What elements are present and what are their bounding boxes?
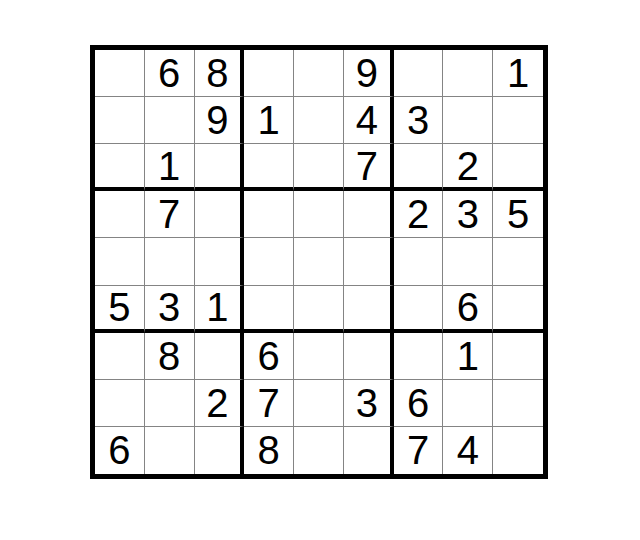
cell-r9c2-empty[interactable] (145, 427, 195, 474)
cell-r1c2-given: 6 (145, 50, 195, 97)
cell-r1c9-given: 1 (493, 50, 543, 97)
cell-r8c6-given: 3 (344, 380, 394, 427)
cell-r2c1-empty[interactable] (95, 97, 145, 144)
cell-r9c9-empty[interactable] (493, 427, 543, 474)
cell-r7c2-given: 8 (145, 333, 195, 380)
cell-r7c3-empty[interactable] (195, 333, 245, 380)
cell-r2c8-empty[interactable] (443, 97, 493, 144)
cell-r2c4-given: 1 (244, 97, 294, 144)
cell-r2c6-given: 4 (344, 97, 394, 144)
cell-r3c5-empty[interactable] (294, 144, 344, 191)
cell-r2c2-empty[interactable] (145, 97, 195, 144)
cell-r1c5-empty[interactable] (294, 50, 344, 97)
cell-r3c1-empty[interactable] (95, 144, 145, 191)
cell-r8c5-empty[interactable] (294, 380, 344, 427)
cell-r8c2-empty[interactable] (145, 380, 195, 427)
cell-r5c1-empty[interactable] (95, 238, 145, 285)
cell-r1c8-empty[interactable] (443, 50, 493, 97)
cell-r8c3-given: 2 (195, 380, 245, 427)
cell-r5c6-empty[interactable] (344, 238, 394, 285)
cell-r6c2-given: 3 (145, 286, 195, 333)
cell-r5c2-empty[interactable] (145, 238, 195, 285)
cell-r3c7-empty[interactable] (394, 144, 444, 191)
cell-r3c8-given: 2 (443, 144, 493, 191)
cell-r4c4-empty[interactable] (244, 191, 294, 238)
cell-r3c3-empty[interactable] (195, 144, 245, 191)
cell-r4c1-empty[interactable] (95, 191, 145, 238)
sudoku-board: 689191431727235531686127366874 (90, 45, 548, 479)
cell-r4c3-empty[interactable] (195, 191, 245, 238)
cell-r7c4-given: 6 (244, 333, 294, 380)
cell-r9c4-given: 8 (244, 427, 294, 474)
cell-r8c8-empty[interactable] (443, 380, 493, 427)
cell-r9c8-given: 4 (443, 427, 493, 474)
cell-r7c1-empty[interactable] (95, 333, 145, 380)
cell-r8c4-given: 7 (244, 380, 294, 427)
cell-r1c6-given: 9 (344, 50, 394, 97)
cell-r9c3-empty[interactable] (195, 427, 245, 474)
cell-r3c9-empty[interactable] (493, 144, 543, 191)
cell-r3c2-given: 1 (145, 144, 195, 191)
cell-r7c7-empty[interactable] (394, 333, 444, 380)
cell-r4c9-given: 5 (493, 191, 543, 238)
cell-r6c5-empty[interactable] (294, 286, 344, 333)
cell-r7c6-empty[interactable] (344, 333, 394, 380)
cell-r3c4-empty[interactable] (244, 144, 294, 191)
cell-r5c4-empty[interactable] (244, 238, 294, 285)
cell-r7c9-empty[interactable] (493, 333, 543, 380)
cell-r6c9-empty[interactable] (493, 286, 543, 333)
cell-r1c4-empty[interactable] (244, 50, 294, 97)
cell-r4c7-given: 2 (394, 191, 444, 238)
cell-r7c8-given: 1 (443, 333, 493, 380)
cell-r5c8-empty[interactable] (443, 238, 493, 285)
cell-r1c1-empty[interactable] (95, 50, 145, 97)
cell-r4c6-empty[interactable] (344, 191, 394, 238)
cell-r2c7-given: 3 (394, 97, 444, 144)
cell-r9c7-given: 7 (394, 427, 444, 474)
cell-r5c5-empty[interactable] (294, 238, 344, 285)
cell-r6c8-given: 6 (443, 286, 493, 333)
cell-r6c1-given: 5 (95, 286, 145, 333)
cell-r3c6-given: 7 (344, 144, 394, 191)
cell-r1c3-given: 8 (195, 50, 245, 97)
cell-r8c1-empty[interactable] (95, 380, 145, 427)
cell-r2c9-empty[interactable] (493, 97, 543, 144)
cell-r6c3-given: 1 (195, 286, 245, 333)
cell-r4c2-given: 7 (145, 191, 195, 238)
cell-r2c5-empty[interactable] (294, 97, 344, 144)
cell-r9c5-empty[interactable] (294, 427, 344, 474)
cell-r1c7-empty[interactable] (394, 50, 444, 97)
cell-r5c3-empty[interactable] (195, 238, 245, 285)
cell-r9c1-given: 6 (95, 427, 145, 474)
cell-r6c4-empty[interactable] (244, 286, 294, 333)
cell-r5c7-empty[interactable] (394, 238, 444, 285)
cell-r6c7-empty[interactable] (394, 286, 444, 333)
cell-r5c9-empty[interactable] (493, 238, 543, 285)
cell-r8c9-empty[interactable] (493, 380, 543, 427)
cell-r2c3-given: 9 (195, 97, 245, 144)
sudoku-page: 689191431727235531686127366874 (0, 0, 640, 540)
cell-r7c5-empty[interactable] (294, 333, 344, 380)
cell-r9c6-empty[interactable] (344, 427, 394, 474)
cell-r6c6-empty[interactable] (344, 286, 394, 333)
cell-r4c8-given: 3 (443, 191, 493, 238)
cell-r8c7-given: 6 (394, 380, 444, 427)
cell-r4c5-empty[interactable] (294, 191, 344, 238)
